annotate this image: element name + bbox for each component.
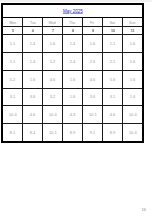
value-cell: 1.2	[43, 53, 62, 70]
date-cell-label: 11	[131, 29, 135, 33]
value-cell: 1.1	[3, 53, 22, 70]
value-cell-label: 9.1	[90, 130, 96, 135]
value-cell-label: 2.6	[90, 59, 96, 64]
date-cell-label: 7	[52, 29, 54, 33]
value-cell-label: 5.2	[10, 77, 16, 82]
value-cell-label: 3.2	[50, 95, 56, 100]
date-cell-label: 10	[111, 29, 115, 33]
value-cell-label: 8.9	[70, 130, 76, 135]
value-cell-label: 1.6	[130, 41, 136, 46]
day-header-cell: Wed	[43, 18, 62, 26]
day-header-cell-label: Tue	[30, 20, 36, 24]
value-cell-label: 1.4	[70, 41, 76, 46]
value-cell: 3.1	[103, 89, 122, 106]
day-header-cell: Fri	[83, 18, 102, 26]
value-cell: 3.6	[83, 89, 102, 106]
value-cell: 8.9	[103, 124, 122, 141]
value-cell: 1.6	[23, 71, 42, 88]
value-cell-label: 1.6	[30, 77, 36, 82]
page-number-label: 16	[142, 207, 146, 212]
value-cell-label: 4.3	[70, 112, 76, 117]
value-cell-label: 1.4	[30, 59, 36, 64]
value-cell: 1.6	[123, 71, 142, 88]
day-header-cell-label: Sat	[110, 20, 115, 24]
value-cell: 1.4	[23, 35, 42, 52]
value-cell: 1.4	[63, 35, 82, 52]
value-cell: 1.6	[63, 71, 82, 88]
value-cell-label: 4.6	[30, 112, 36, 117]
value-cell-label: 1.6	[130, 59, 136, 64]
value-cell: 8.4	[23, 124, 42, 141]
value-cell-label: 4.6	[90, 77, 96, 82]
value-cell: 8.9	[63, 124, 82, 141]
date-cell: 7	[43, 27, 62, 34]
value-cell: 10.1	[83, 106, 102, 123]
value-cell: 5.6	[103, 71, 122, 88]
date-cell-label: 5	[12, 29, 14, 33]
value-cell: 1.6	[123, 53, 142, 70]
value-cell: 9.1	[83, 124, 102, 141]
value-cell: 4.6	[103, 106, 122, 123]
value-cell-label: 3.6	[30, 95, 36, 100]
value-cell-label: 10.4	[129, 112, 137, 117]
day-header-cell: Sat	[103, 18, 122, 26]
day-header-cell-label: Thu	[69, 20, 75, 24]
value-cell-label: 10.1	[89, 112, 97, 117]
date-cell: 6	[23, 27, 42, 34]
calendar-grid: MonTueWedThuFriSatSun5678910111.11.41.61…	[3, 18, 142, 141]
value-cell-label: 10.4	[49, 112, 57, 117]
value-cell-label: 8.4	[30, 130, 36, 135]
value-cell: 8.1	[3, 124, 22, 141]
day-header-cell: Mon	[3, 18, 22, 26]
value-cell: 4.6	[43, 71, 62, 88]
page-top-edge	[0, 0, 152, 2]
value-cell: 10.4	[123, 106, 142, 123]
value-cell-label: 1.1	[10, 59, 16, 64]
date-cell: 11	[123, 27, 142, 34]
calendar-table: May 2025 MonTueWedThuFriSatSun5678910111…	[1, 3, 144, 143]
value-cell-label: 1.4	[30, 41, 36, 46]
day-header-cell: Tue	[23, 18, 42, 26]
value-cell: 4.3	[63, 106, 82, 123]
date-cell: 9	[83, 27, 102, 34]
value-cell-label: 10.1	[49, 130, 57, 135]
value-cell: 3.1	[3, 89, 22, 106]
page-number: 16	[134, 206, 146, 212]
value-cell: 1.1	[3, 35, 22, 52]
value-cell: 2.6	[83, 53, 102, 70]
value-cell-label: 8.9	[110, 130, 116, 135]
date-cell-label: 6	[32, 29, 34, 33]
value-cell-label: 1.6	[70, 95, 76, 100]
value-cell-label: 4.6	[110, 112, 116, 117]
value-cell: 5.2	[3, 71, 22, 88]
date-cell: 5	[3, 27, 22, 34]
value-cell: 2.4	[63, 53, 82, 70]
value-cell-label: 2.1	[110, 59, 116, 64]
value-cell: 1.6	[63, 89, 82, 106]
value-cell-label: 3.1	[10, 95, 16, 100]
value-cell: 2.1	[103, 53, 122, 70]
calendar-title-row: May 2025	[3, 5, 142, 18]
value-cell: 3.2	[43, 89, 62, 106]
value-cell: 1.6	[123, 35, 142, 52]
value-cell: 10.4	[43, 106, 62, 123]
value-cell-label: 1.6	[130, 95, 136, 100]
value-cell: 4.6	[23, 106, 42, 123]
value-cell: 10.1	[43, 124, 62, 141]
value-cell-label: 5.6	[110, 77, 116, 82]
value-cell: 4.6	[83, 71, 102, 88]
value-cell-label: 1.6	[70, 77, 76, 82]
date-cell: 10	[103, 27, 122, 34]
value-cell: 10.4	[3, 106, 22, 123]
date-cell-label: 9	[92, 29, 94, 33]
value-cell: 10.4	[123, 124, 142, 141]
value-cell-label: 2.4	[70, 59, 76, 64]
day-header-cell-label: Wed	[49, 20, 56, 24]
value-cell-label: 8.1	[10, 130, 16, 135]
day-header-cell: Thu	[63, 18, 82, 26]
value-cell: 3.6	[23, 89, 42, 106]
value-cell-label: 1.2	[50, 59, 56, 64]
value-cell-label: 1.1	[10, 41, 16, 46]
day-header-cell-label: Mon	[9, 20, 16, 24]
date-cell: 8	[63, 27, 82, 34]
value-cell-label: 1.6	[130, 77, 136, 82]
value-cell-label: 3.1	[110, 95, 116, 100]
value-cell-label: 1.6	[50, 41, 56, 46]
value-cell-label: 10.4	[9, 112, 17, 117]
value-cell: 1.6	[83, 35, 102, 52]
value-cell-label: 1.6	[90, 41, 96, 46]
value-cell-label: 4.6	[50, 77, 56, 82]
value-cell: 1.1	[103, 35, 122, 52]
calendar-title-link[interactable]: May 2025	[63, 9, 83, 14]
document-page: May 2025 MonTueWedThuFriSatSun5678910111…	[0, 0, 152, 216]
value-cell: 1.6	[123, 89, 142, 106]
value-cell-label: 10.4	[129, 130, 137, 135]
day-header-cell-label: Fri	[90, 20, 94, 24]
value-cell: 1.4	[23, 53, 42, 70]
date-cell-label: 8	[72, 29, 74, 33]
value-cell: 1.6	[43, 35, 62, 52]
value-cell-label: 3.6	[90, 95, 96, 100]
value-cell-label: 1.1	[110, 41, 116, 46]
day-header-cell: Sun	[123, 18, 142, 26]
day-header-cell-label: Sun	[129, 20, 135, 24]
